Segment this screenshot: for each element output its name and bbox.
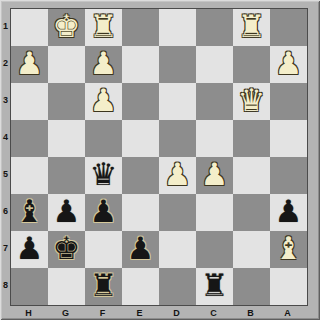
piece-black-rook[interactable]: ♜ (90, 270, 118, 301)
piece-black-pawn[interactable]: ♟ (16, 233, 44, 264)
piece-black-pawn[interactable]: ♟ (53, 196, 81, 227)
square-d8[interactable] (159, 268, 196, 305)
piece-white-queen[interactable]: ♛ (238, 85, 266, 116)
square-e3[interactable] (122, 83, 159, 120)
square-g6[interactable]: ♟ (48, 194, 85, 231)
piece-white-bishop[interactable]: ♝ (275, 233, 303, 264)
file-label-a: A (269, 307, 306, 320)
square-d4[interactable] (159, 120, 196, 157)
square-h5[interactable] (11, 157, 48, 194)
square-d2[interactable] (159, 46, 196, 83)
square-a7[interactable]: ♝ (270, 231, 307, 268)
square-c8[interactable]: ♜ (196, 268, 233, 305)
square-c6[interactable] (196, 194, 233, 231)
square-b6[interactable] (233, 194, 270, 231)
square-e5[interactable] (122, 157, 159, 194)
rank-label-8: 8 (1, 267, 10, 304)
piece-white-rook[interactable]: ♜ (90, 11, 118, 42)
square-c4[interactable] (196, 120, 233, 157)
file-label-f: F (84, 307, 121, 320)
square-a6[interactable]: ♟ (270, 194, 307, 231)
piece-white-pawn[interactable]: ♟ (90, 85, 118, 116)
rank-label-4: 4 (1, 119, 10, 156)
square-f8[interactable]: ♜ (85, 268, 122, 305)
square-f3[interactable]: ♟ (85, 83, 122, 120)
piece-white-pawn[interactable]: ♟ (164, 159, 192, 190)
file-label-c: C (195, 307, 232, 320)
piece-black-king[interactable]: ♚ (53, 233, 81, 264)
piece-black-pawn[interactable]: ♟ (90, 196, 118, 227)
file-label-d: D (158, 307, 195, 320)
square-c7[interactable] (196, 231, 233, 268)
square-b7[interactable] (233, 231, 270, 268)
square-a5[interactable] (270, 157, 307, 194)
square-c5[interactable]: ♟ (196, 157, 233, 194)
square-c1[interactable] (196, 9, 233, 46)
file-label-h: H (10, 307, 47, 320)
piece-black-queen[interactable]: ♛ (90, 159, 118, 190)
square-g8[interactable] (48, 268, 85, 305)
square-b1[interactable]: ♜ (233, 9, 270, 46)
file-label-e: E (121, 307, 158, 320)
piece-white-pawn[interactable]: ♟ (201, 159, 229, 190)
piece-white-pawn[interactable]: ♟ (16, 48, 44, 79)
square-f5[interactable]: ♛ (85, 157, 122, 194)
chessboard-window: ♚♜♜♟♟♟♟♛♛♟♟♝♟♟♟♟♚♟♝♜♜ 12345678 HGFEDCBA (0, 0, 320, 320)
file-label-b: B (232, 307, 269, 320)
square-c3[interactable] (196, 83, 233, 120)
rank-label-5: 5 (1, 156, 10, 193)
rank-label-2: 2 (1, 45, 10, 82)
square-h6[interactable]: ♝ (11, 194, 48, 231)
square-g4[interactable] (48, 120, 85, 157)
piece-white-pawn[interactable]: ♟ (90, 48, 118, 79)
square-a1[interactable] (270, 9, 307, 46)
square-b5[interactable] (233, 157, 270, 194)
square-g2[interactable] (48, 46, 85, 83)
piece-white-king[interactable]: ♚ (53, 11, 81, 42)
square-h4[interactable] (11, 120, 48, 157)
square-h7[interactable]: ♟ (11, 231, 48, 268)
rank-label-1: 1 (1, 8, 10, 45)
square-c2[interactable] (196, 46, 233, 83)
square-b2[interactable] (233, 46, 270, 83)
square-e6[interactable] (122, 194, 159, 231)
piece-black-rook[interactable]: ♜ (201, 270, 229, 301)
square-a4[interactable] (270, 120, 307, 157)
square-e1[interactable] (122, 9, 159, 46)
square-f2[interactable]: ♟ (85, 46, 122, 83)
piece-black-pawn[interactable]: ♟ (127, 233, 155, 264)
square-d6[interactable] (159, 194, 196, 231)
square-h2[interactable]: ♟ (11, 46, 48, 83)
square-d1[interactable] (159, 9, 196, 46)
file-label-g: G (47, 307, 84, 320)
square-d7[interactable] (159, 231, 196, 268)
piece-black-pawn[interactable]: ♟ (275, 196, 303, 227)
square-e4[interactable] (122, 120, 159, 157)
square-b8[interactable] (233, 268, 270, 305)
piece-white-rook[interactable]: ♜ (238, 11, 266, 42)
square-h1[interactable] (11, 9, 48, 46)
board-border: ♚♜♜♟♟♟♟♛♛♟♟♝♟♟♟♟♚♟♝♜♜ (10, 8, 308, 306)
square-d3[interactable] (159, 83, 196, 120)
square-g5[interactable] (48, 157, 85, 194)
square-f4[interactable] (85, 120, 122, 157)
rank-label-7: 7 (1, 230, 10, 267)
square-a2[interactable]: ♟ (270, 46, 307, 83)
chess-board: ♚♜♜♟♟♟♟♛♛♟♟♝♟♟♟♟♚♟♝♜♜ (11, 9, 307, 305)
square-d5[interactable]: ♟ (159, 157, 196, 194)
square-b4[interactable] (233, 120, 270, 157)
square-g3[interactable] (48, 83, 85, 120)
piece-black-bishop[interactable]: ♝ (16, 196, 44, 227)
square-g7[interactable]: ♚ (48, 231, 85, 268)
rank-label-6: 6 (1, 193, 10, 230)
square-h8[interactable] (11, 268, 48, 305)
square-b3[interactable]: ♛ (233, 83, 270, 120)
square-f6[interactable]: ♟ (85, 194, 122, 231)
square-f7[interactable] (85, 231, 122, 268)
square-e7[interactable]: ♟ (122, 231, 159, 268)
square-e2[interactable] (122, 46, 159, 83)
rank-label-3: 3 (1, 82, 10, 119)
piece-white-pawn[interactable]: ♟ (275, 48, 303, 79)
square-f1[interactable]: ♜ (85, 9, 122, 46)
square-h3[interactable] (11, 83, 48, 120)
square-a8[interactable] (270, 268, 307, 305)
square-e8[interactable] (122, 268, 159, 305)
square-g1[interactable]: ♚ (48, 9, 85, 46)
square-a3[interactable] (270, 83, 307, 120)
